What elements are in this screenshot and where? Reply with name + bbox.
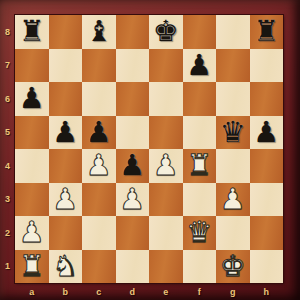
square-e2[interactable] xyxy=(149,216,183,250)
square-h8[interactable]: ♜ xyxy=(250,15,284,49)
square-f8[interactable] xyxy=(183,15,217,49)
square-c6[interactable] xyxy=(82,82,116,116)
piece-white-pawn[interactable]: ♟ xyxy=(52,183,78,217)
square-h2[interactable] xyxy=(250,216,284,250)
square-g6[interactable] xyxy=(216,82,250,116)
rank-label-6: 6 xyxy=(0,82,15,116)
square-a2[interactable]: ♟ xyxy=(15,216,49,250)
square-g5[interactable]: ♛ xyxy=(216,116,250,150)
square-f6[interactable] xyxy=(183,82,217,116)
piece-black-queen[interactable]: ♛ xyxy=(220,116,246,150)
piece-black-pawn[interactable]: ♟ xyxy=(253,116,279,150)
piece-white-queen[interactable]: ♛ xyxy=(186,216,212,250)
file-label-b: b xyxy=(49,283,83,300)
rank-label-2: 2 xyxy=(0,216,15,250)
square-h7[interactable] xyxy=(250,49,284,83)
square-a5[interactable] xyxy=(15,116,49,150)
square-d8[interactable] xyxy=(116,15,150,49)
square-d3[interactable]: ♟ xyxy=(116,183,150,217)
wooden-frame: 87654321 abcdefgh ♜♝♚♜♟♟♟♟♛♟♟♟♟♜♟♟♟♟♛♜♞♚ xyxy=(0,0,300,300)
rank-label-7: 7 xyxy=(0,49,15,83)
file-label-e: e xyxy=(149,283,183,300)
square-c8[interactable]: ♝ xyxy=(82,15,116,49)
rank-label-4: 4 xyxy=(0,149,15,183)
piece-white-rook[interactable]: ♜ xyxy=(186,149,212,183)
piece-white-pawn[interactable]: ♟ xyxy=(220,183,246,217)
square-b8[interactable] xyxy=(49,15,83,49)
piece-black-pawn[interactable]: ♟ xyxy=(186,49,212,83)
square-f3[interactable] xyxy=(183,183,217,217)
square-d2[interactable] xyxy=(116,216,150,250)
square-e5[interactable] xyxy=(149,116,183,150)
square-f5[interactable] xyxy=(183,116,217,150)
square-b5[interactable]: ♟ xyxy=(49,116,83,150)
piece-black-pawn[interactable]: ♟ xyxy=(19,82,45,116)
piece-white-pawn[interactable]: ♟ xyxy=(153,149,179,183)
piece-black-rook[interactable]: ♜ xyxy=(253,15,279,49)
file-label-g: g xyxy=(216,283,250,300)
square-f4[interactable]: ♜ xyxy=(183,149,217,183)
square-d1[interactable] xyxy=(116,250,150,284)
square-f7[interactable]: ♟ xyxy=(183,49,217,83)
square-a4[interactable] xyxy=(15,149,49,183)
chess-board: ♜♝♚♜♟♟♟♟♛♟♟♟♟♜♟♟♟♟♛♜♞♚ xyxy=(15,15,283,283)
square-b6[interactable] xyxy=(49,82,83,116)
file-label-f: f xyxy=(183,283,217,300)
piece-white-knight[interactable]: ♞ xyxy=(52,250,78,284)
square-e1[interactable] xyxy=(149,250,183,284)
square-d5[interactable] xyxy=(116,116,150,150)
square-g7[interactable] xyxy=(216,49,250,83)
square-d6[interactable] xyxy=(116,82,150,116)
square-h3[interactable] xyxy=(250,183,284,217)
square-e4[interactable]: ♟ xyxy=(149,149,183,183)
file-label-c: c xyxy=(82,283,116,300)
square-a1[interactable]: ♜ xyxy=(15,250,49,284)
rank-labels: 87654321 xyxy=(0,15,15,283)
square-h6[interactable] xyxy=(250,82,284,116)
square-e3[interactable] xyxy=(149,183,183,217)
square-c7[interactable] xyxy=(82,49,116,83)
square-e8[interactable]: ♚ xyxy=(149,15,183,49)
square-h5[interactable]: ♟ xyxy=(250,116,284,150)
rank-label-5: 5 xyxy=(0,116,15,150)
square-b4[interactable] xyxy=(49,149,83,183)
square-c3[interactable] xyxy=(82,183,116,217)
square-a3[interactable] xyxy=(15,183,49,217)
square-g2[interactable] xyxy=(216,216,250,250)
square-g8[interactable] xyxy=(216,15,250,49)
piece-white-king[interactable]: ♚ xyxy=(220,250,246,284)
piece-black-rook[interactable]: ♜ xyxy=(19,15,45,49)
square-g1[interactable]: ♚ xyxy=(216,250,250,284)
square-f1[interactable] xyxy=(183,250,217,284)
piece-black-pawn[interactable]: ♟ xyxy=(86,116,112,150)
square-b3[interactable]: ♟ xyxy=(49,183,83,217)
square-a8[interactable]: ♜ xyxy=(15,15,49,49)
file-label-a: a xyxy=(15,283,49,300)
square-c1[interactable] xyxy=(82,250,116,284)
piece-black-pawn[interactable]: ♟ xyxy=(52,116,78,150)
square-g4[interactable] xyxy=(216,149,250,183)
square-b2[interactable] xyxy=(49,216,83,250)
square-b1[interactable]: ♞ xyxy=(49,250,83,284)
rank-label-3: 3 xyxy=(0,183,15,217)
rank-label-8: 8 xyxy=(0,15,15,49)
square-a7[interactable] xyxy=(15,49,49,83)
piece-black-king[interactable]: ♚ xyxy=(153,15,179,49)
piece-black-bishop[interactable]: ♝ xyxy=(86,15,112,49)
piece-white-pawn[interactable]: ♟ xyxy=(86,149,112,183)
square-e6[interactable] xyxy=(149,82,183,116)
file-label-d: d xyxy=(116,283,150,300)
square-h1[interactable] xyxy=(250,250,284,284)
square-b7[interactable] xyxy=(49,49,83,83)
file-labels: abcdefgh xyxy=(15,283,283,300)
rank-label-1: 1 xyxy=(0,250,15,284)
square-c5[interactable]: ♟ xyxy=(82,116,116,150)
square-a6[interactable]: ♟ xyxy=(15,82,49,116)
square-g3[interactable]: ♟ xyxy=(216,183,250,217)
square-c2[interactable] xyxy=(82,216,116,250)
square-c4[interactable]: ♟ xyxy=(82,149,116,183)
square-d7[interactable] xyxy=(116,49,150,83)
piece-white-pawn[interactable]: ♟ xyxy=(119,183,145,217)
square-f2[interactable]: ♛ xyxy=(183,216,217,250)
piece-white-pawn[interactable]: ♟ xyxy=(19,216,45,250)
square-d4[interactable]: ♟ xyxy=(116,149,150,183)
square-e7[interactable] xyxy=(149,49,183,83)
piece-black-pawn[interactable]: ♟ xyxy=(119,149,145,183)
file-label-h: h xyxy=(250,283,284,300)
square-h4[interactable] xyxy=(250,149,284,183)
piece-white-rook[interactable]: ♜ xyxy=(19,250,45,284)
